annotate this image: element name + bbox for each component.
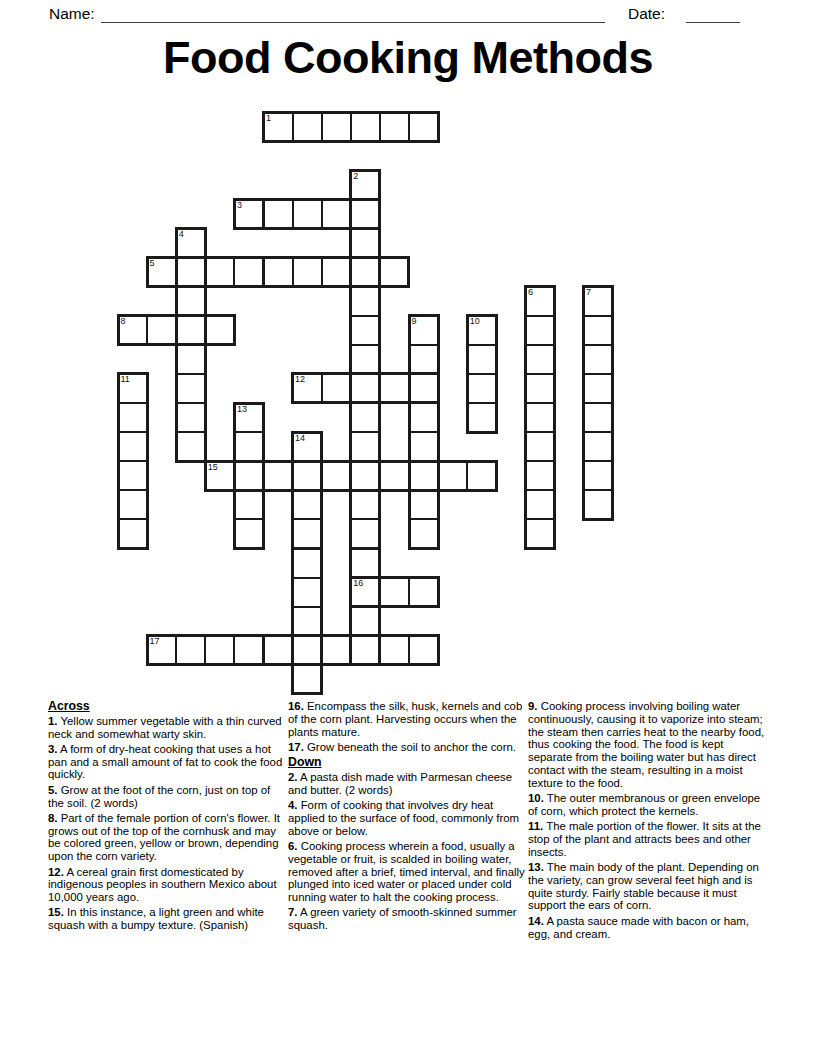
clue-number-label: 15.: [48, 906, 64, 918]
grid-cell[interactable]: [175, 402, 206, 433]
clue-item-12: 12. A cereal grain first domesticated by…: [48, 866, 285, 904]
grid-cell[interactable]: [350, 518, 381, 549]
grid-cell[interactable]: [146, 315, 177, 346]
grid-cell[interactable]: [350, 373, 381, 404]
clue-item-17: 17. Grow beneath the soil to anchor the …: [288, 741, 525, 754]
grid-cell[interactable]: [437, 460, 468, 491]
clue-item-9: 9. Cooking process involving boiling wat…: [528, 700, 765, 790]
grid-cell[interactable]: [524, 315, 555, 346]
grid-cell[interactable]: [524, 489, 555, 520]
grid-cell[interactable]: [350, 431, 381, 462]
grid-cell[interactable]: [292, 111, 323, 142]
grid-cell[interactable]: [379, 373, 410, 404]
grid-cell[interactable]: [292, 577, 323, 608]
clue-number-label: 16.: [288, 700, 304, 712]
grid-cell[interactable]: [175, 431, 206, 462]
grid-cell[interactable]: [117, 402, 148, 433]
clue-item-14: 14. A pasta sauce made with bacon or ham…: [528, 915, 765, 941]
clue-number-label: 10.: [528, 792, 544, 804]
grid-cell[interactable]: [350, 402, 381, 433]
grid-cell[interactable]: [408, 518, 439, 549]
grid-cell[interactable]: [146, 635, 177, 666]
clue-item-13: 13. The main body of the plant. Dependin…: [528, 861, 765, 912]
grid-cell[interactable]: [233, 489, 264, 520]
grid-cell[interactable]: [117, 518, 148, 549]
grid-cell[interactable]: [292, 606, 323, 637]
grid-cell[interactable]: [408, 402, 439, 433]
grid-cell[interactable]: [233, 431, 264, 462]
grid-cell[interactable]: [466, 315, 497, 346]
grid-cell[interactable]: [263, 111, 294, 142]
clue-item-2: 2. A pasta dish made with Parmesan chees…: [288, 771, 525, 797]
clue-item-5: 5. Grow at the foot of the corn, just on…: [48, 784, 285, 810]
grid-cell[interactable]: [350, 548, 381, 579]
down-clues-header: Down: [288, 756, 525, 769]
grid-cell[interactable]: [263, 635, 294, 666]
grid-cell[interactable]: [583, 286, 614, 317]
grid-cell[interactable]: [466, 402, 497, 433]
grid-cell[interactable]: [292, 373, 323, 404]
grid-cell[interactable]: [350, 460, 381, 491]
clue-number-label: 12.: [48, 866, 64, 878]
name-label: Name:: [49, 5, 95, 23]
grid-cell[interactable]: [321, 373, 352, 404]
grid-cell[interactable]: [350, 286, 381, 317]
grid-cell[interactable]: [292, 664, 323, 695]
grid-cell[interactable]: [175, 635, 206, 666]
grid-cell[interactable]: [408, 344, 439, 375]
clue-column-1: Across1. Yellow summer vegetable with a …: [48, 700, 285, 935]
grid-cell[interactable]: [321, 198, 352, 229]
grid-cell[interactable]: [117, 373, 148, 404]
grid-cell[interactable]: [233, 635, 264, 666]
grid-cell[interactable]: [175, 286, 206, 317]
grid-cell[interactable]: [350, 344, 381, 375]
grid-cell[interactable]: [583, 344, 614, 375]
grid-cell[interactable]: [583, 431, 614, 462]
grid-cell[interactable]: [175, 227, 206, 258]
clue-item-7: 7. A green variety of smooth-skinned sum…: [288, 906, 525, 932]
grid-cell[interactable]: [379, 460, 410, 491]
grid-cell[interactable]: [350, 198, 381, 229]
grid-cell[interactable]: [117, 489, 148, 520]
grid-cell[interactable]: [292, 635, 323, 666]
grid-cell[interactable]: [350, 227, 381, 258]
clue-number-label: 8.: [48, 812, 58, 824]
grid-cell[interactable]: [233, 460, 264, 491]
grid-cell[interactable]: [117, 431, 148, 462]
clue-item-10: 10. The outer membranous or green envelo…: [528, 792, 765, 818]
clue-item-16: 16. Encompass the silk, husk, kernels an…: [288, 700, 525, 738]
grid-cell[interactable]: [321, 460, 352, 491]
grid-cell[interactable]: [524, 460, 555, 491]
grid-cell[interactable]: [583, 460, 614, 491]
grid-cell[interactable]: [233, 257, 264, 288]
grid-cell[interactable]: [233, 198, 264, 229]
clue-number-label: 9.: [528, 700, 538, 712]
grid-cell[interactable]: [350, 111, 381, 142]
clue-number-label: 11.: [528, 820, 543, 832]
grid-cell[interactable]: [408, 635, 439, 666]
grid-cell[interactable]: [292, 431, 323, 462]
grid-cell[interactable]: [583, 315, 614, 346]
clue-item-6: 6. Cooking process wherein a food, usual…: [288, 840, 525, 904]
grid-cell[interactable]: [204, 460, 235, 491]
across-clues-header: Across: [48, 700, 285, 713]
grid-cell[interactable]: [175, 257, 206, 288]
grid-cell[interactable]: [524, 518, 555, 549]
clue-number-label: 13.: [528, 861, 544, 873]
clue-column-2: 16. Encompass the silk, husk, kernels an…: [288, 700, 525, 935]
clue-number-label: 7.: [288, 906, 298, 918]
grid-cell[interactable]: [466, 460, 497, 491]
name-blank-line: [101, 3, 605, 23]
grid-cell[interactable]: [379, 635, 410, 666]
page-title: Food Cooking Methods: [0, 31, 816, 85]
grid-cell[interactable]: [350, 169, 381, 200]
grid-cell[interactable]: [350, 315, 381, 346]
grid-cell[interactable]: [350, 489, 381, 520]
grid-cell[interactable]: [233, 518, 264, 549]
grid-cell[interactable]: [263, 460, 294, 491]
grid-cell[interactable]: [524, 286, 555, 317]
grid-cell[interactable]: [117, 315, 148, 346]
clue-column-3: 9. Cooking process involving boiling wat…: [528, 700, 765, 943]
clue-number-label: 14.: [528, 915, 544, 927]
grid-cell[interactable]: [263, 198, 294, 229]
clue-item-3: 3. A form of dry-heat cooking that uses …: [48, 743, 285, 781]
grid-cell[interactable]: [524, 344, 555, 375]
worksheet-page: Name: Date: Food Cooking Methods 1234567…: [0, 0, 816, 1056]
grid-cell[interactable]: [146, 257, 177, 288]
grid-cell[interactable]: [350, 606, 381, 637]
grid-cell[interactable]: [350, 635, 381, 666]
clue-number-label: 17.: [288, 741, 304, 753]
grid-cell[interactable]: [583, 489, 614, 520]
grid-cell[interactable]: [175, 315, 206, 346]
grid-cell[interactable]: [583, 402, 614, 433]
grid-cell[interactable]: [292, 198, 323, 229]
grid-cell[interactable]: [204, 257, 235, 288]
grid-cell[interactable]: [292, 548, 323, 579]
grid-cell[interactable]: [233, 402, 264, 433]
clue-item-11: 11. The male portion of the flower. It s…: [528, 820, 765, 858]
grid-cell[interactable]: [379, 577, 410, 608]
clue-number-label: 2.: [288, 771, 298, 783]
grid-cell[interactable]: [524, 402, 555, 433]
grid-cell[interactable]: [117, 460, 148, 491]
clue-number-label: 6.: [288, 840, 298, 852]
grid-cell[interactable]: [321, 635, 352, 666]
grid-cell[interactable]: [204, 635, 235, 666]
grid-cell[interactable]: [408, 111, 439, 142]
grid-cell[interactable]: [263, 257, 294, 288]
grid-cell[interactable]: [408, 315, 439, 346]
grid-cell[interactable]: [379, 111, 410, 142]
grid-cell[interactable]: [350, 577, 381, 608]
grid-cell[interactable]: [292, 489, 323, 520]
grid-cell[interactable]: [408, 577, 439, 608]
grid-cell[interactable]: [175, 344, 206, 375]
clue-item-1: 1. Yellow summer vegetable with a thin c…: [48, 715, 285, 741]
date-label: Date:: [628, 5, 665, 23]
clue-item-4: 4. Form of cooking that involves dry hea…: [288, 799, 525, 837]
grid-cell[interactable]: [321, 111, 352, 142]
grid-cell[interactable]: [583, 373, 614, 404]
crossword-grid: 1234567891011121314151617: [117, 111, 612, 693]
grid-cell[interactable]: [292, 518, 323, 549]
grid-cell[interactable]: [466, 373, 497, 404]
grid-cell[interactable]: [408, 489, 439, 520]
grid-cell[interactable]: [292, 460, 323, 491]
grid-cell[interactable]: [350, 257, 381, 288]
grid-cell[interactable]: [321, 257, 352, 288]
date-blank-line: [686, 3, 740, 23]
grid-cell[interactable]: [524, 431, 555, 462]
grid-cell[interactable]: [408, 373, 439, 404]
clue-number-label: 5.: [48, 784, 58, 796]
clue-number-label: 4.: [288, 799, 298, 811]
clue-number-label: 1.: [48, 715, 58, 727]
clue-item-8: 8. Part of the female portion of corn's …: [48, 812, 285, 863]
grid-cell[interactable]: [408, 460, 439, 491]
grid-cell[interactable]: [204, 315, 235, 346]
grid-cell[interactable]: [379, 257, 410, 288]
grid-cell[interactable]: [175, 373, 206, 404]
grid-cell[interactable]: [408, 431, 439, 462]
clue-number-label: 3.: [48, 743, 58, 755]
grid-cell[interactable]: [292, 257, 323, 288]
grid-cell[interactable]: [466, 344, 497, 375]
grid-cell[interactable]: [524, 373, 555, 404]
clue-item-15: 15. In this instance, a light green and …: [48, 906, 285, 932]
